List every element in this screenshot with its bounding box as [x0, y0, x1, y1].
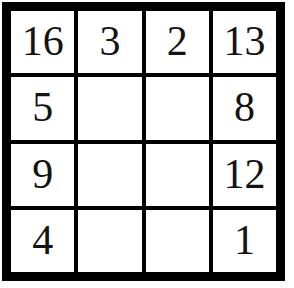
cell-r2c3[interactable]	[146, 77, 209, 139]
cell-r3c4: 12	[213, 144, 276, 206]
cell-r2c2[interactable]	[78, 77, 141, 139]
board-frame: 16 3 2 13 5 8 9 12 4 1	[2, 2, 285, 281]
cell-r4c4: 1	[213, 210, 276, 272]
cell-r1c3: 2	[146, 11, 209, 73]
cell-r1c2: 3	[78, 11, 141, 73]
cell-r1c4: 13	[213, 11, 276, 73]
cell-r3c3[interactable]	[146, 144, 209, 206]
puzzle-image: 16 3 2 13 5 8 9 12 4 1	[0, 0, 294, 288]
cell-r1c1: 16	[11, 11, 74, 73]
cell-r2c1: 5	[11, 77, 74, 139]
cell-r4c2[interactable]	[78, 210, 141, 272]
magic-square-grid: 16 3 2 13 5 8 9 12 4 1	[11, 11, 276, 272]
cell-r4c1: 4	[11, 210, 74, 272]
cell-r3c2[interactable]	[78, 144, 141, 206]
cell-r3c1: 9	[11, 144, 74, 206]
cell-r4c3[interactable]	[146, 210, 209, 272]
cell-r2c4: 8	[213, 77, 276, 139]
